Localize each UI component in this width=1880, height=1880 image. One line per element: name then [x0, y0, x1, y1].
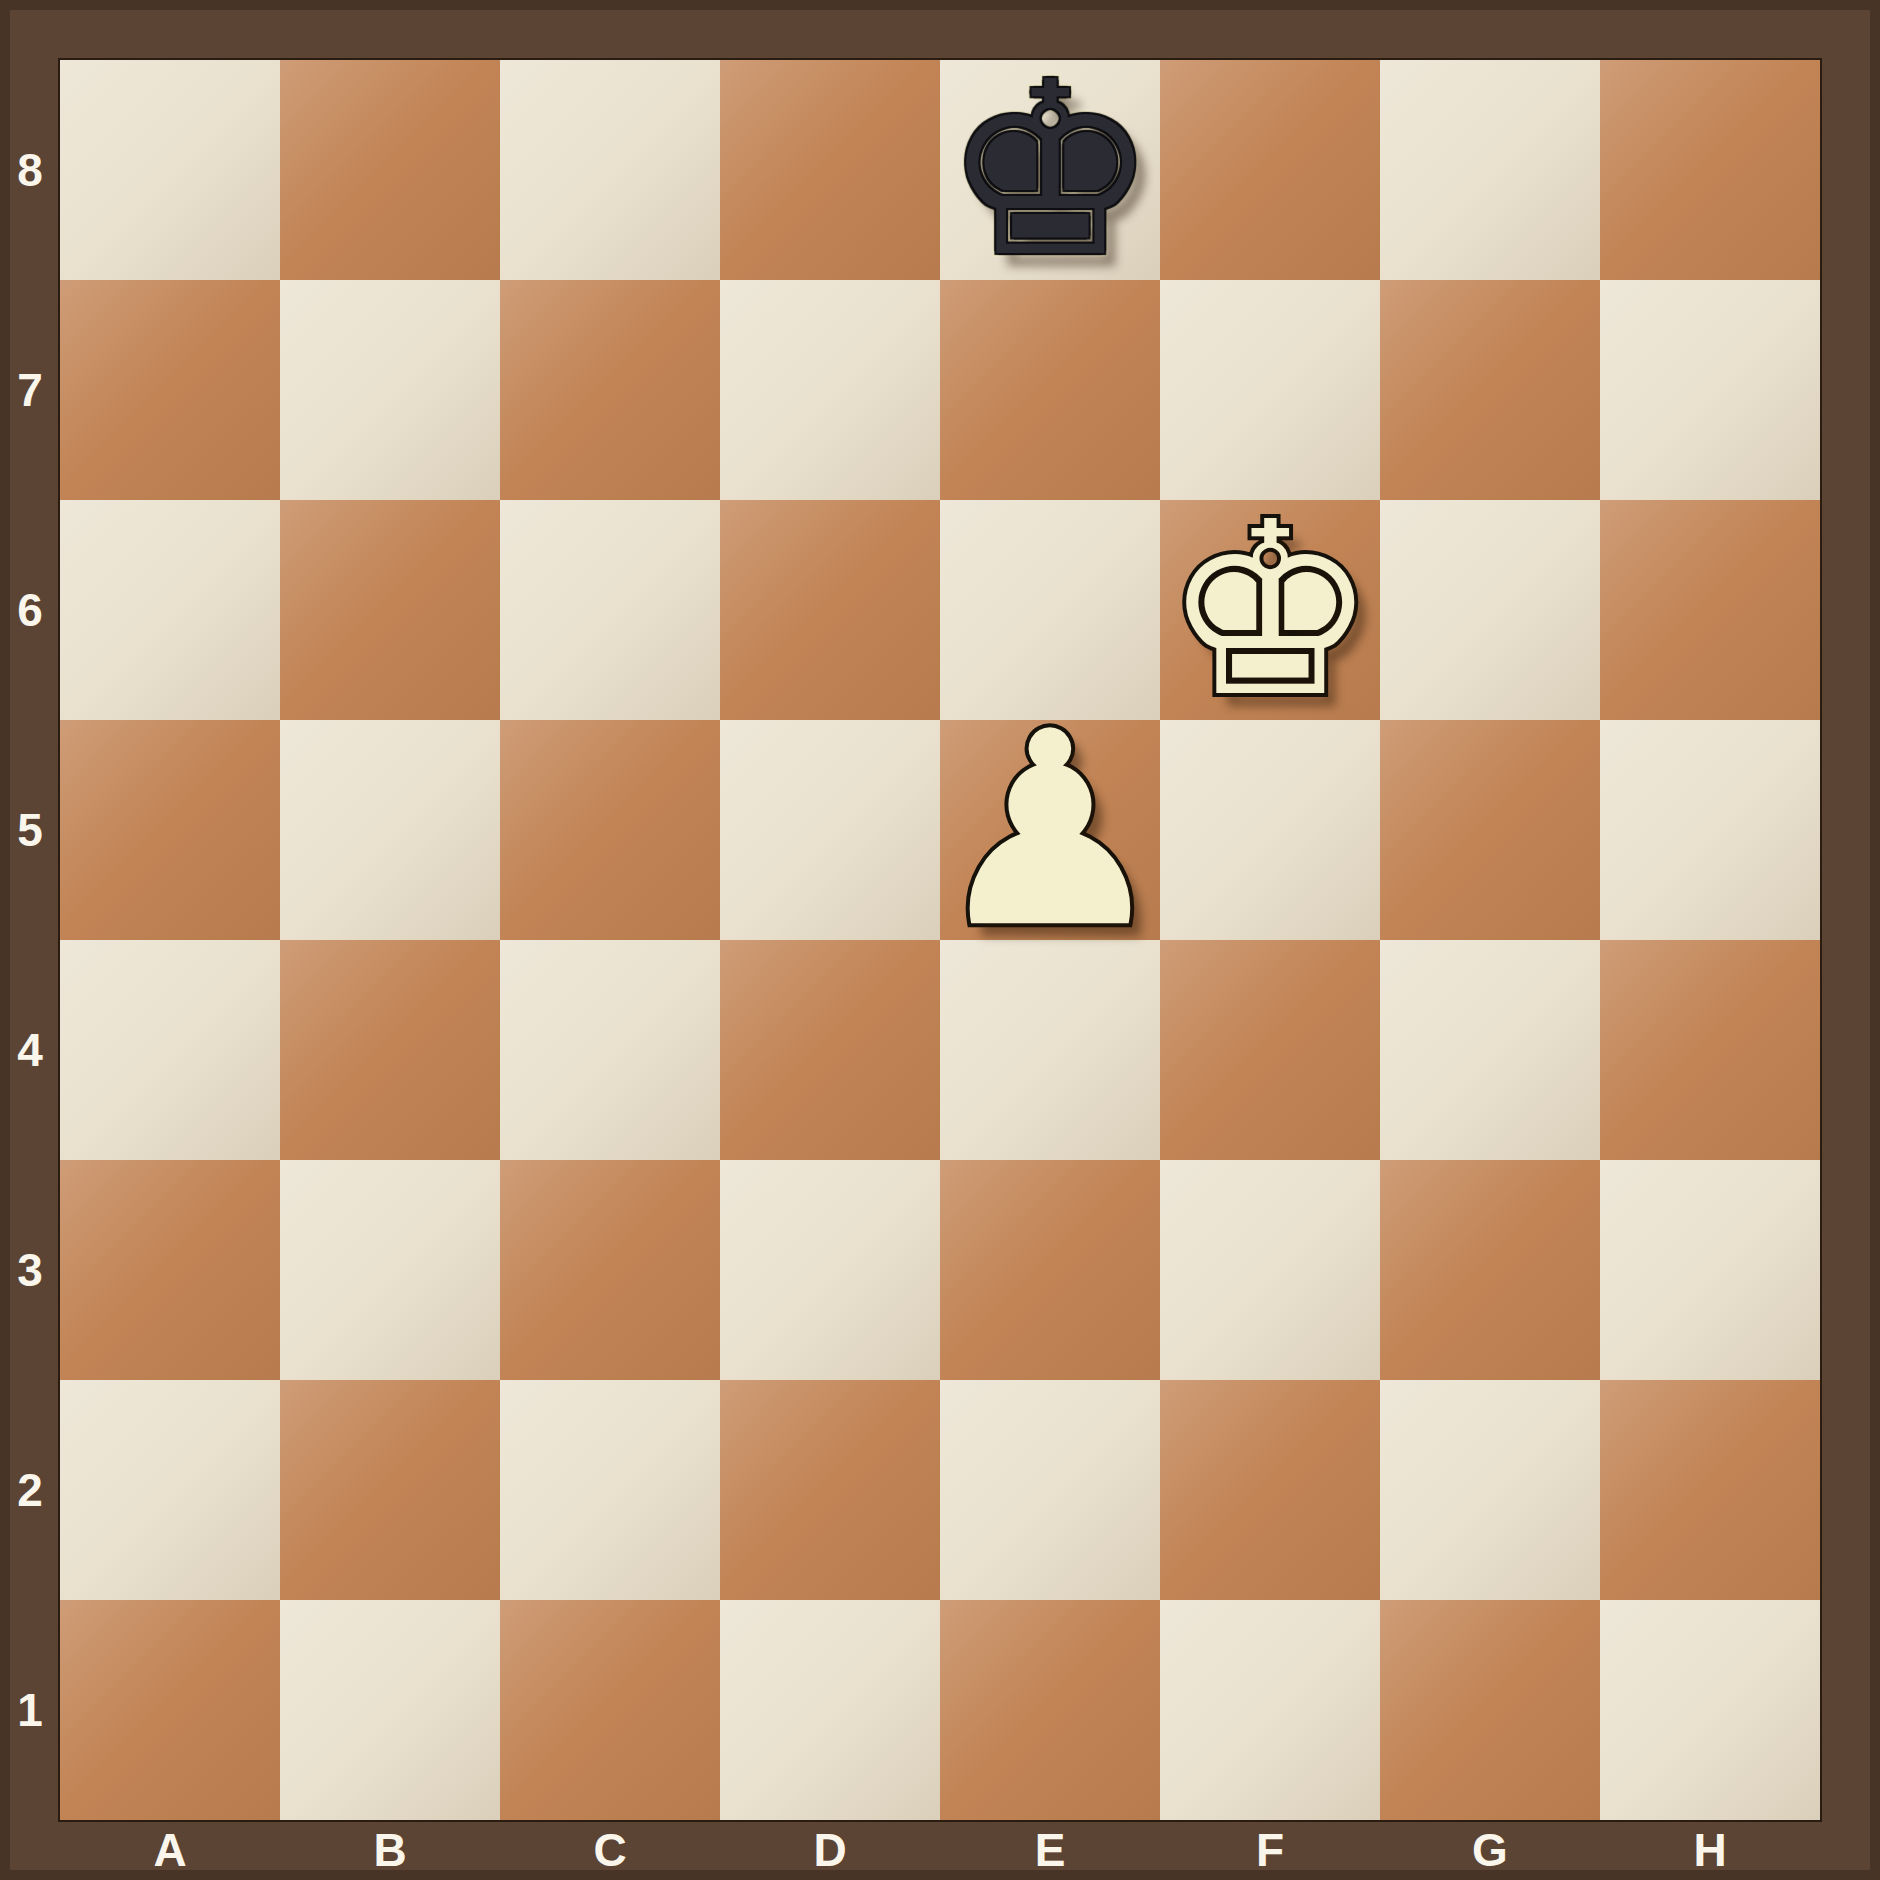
square-f7[interactable] [1160, 280, 1380, 500]
square-b1[interactable] [280, 1600, 500, 1820]
chess-board: ♚♚♟ [60, 60, 1820, 1820]
square-d8[interactable] [720, 60, 940, 280]
square-g5[interactable] [1380, 720, 1600, 940]
square-d6[interactable] [720, 500, 940, 720]
rank-label-6: 6 [0, 500, 60, 720]
square-h3[interactable] [1600, 1160, 1820, 1380]
square-c2[interactable] [500, 1380, 720, 1600]
file-label-e: E [940, 1820, 1160, 1880]
square-h5[interactable] [1600, 720, 1820, 940]
square-a3[interactable] [60, 1160, 280, 1380]
square-e5[interactable]: ♟ [940, 720, 1160, 940]
square-d4[interactable] [720, 940, 940, 1160]
file-label-h: H [1600, 1820, 1820, 1880]
rank-label-3: 3 [0, 1160, 60, 1380]
square-h7[interactable] [1600, 280, 1820, 500]
white-pawn[interactable]: ♟ [930, 696, 1170, 964]
file-label-a: A [60, 1820, 280, 1880]
white-king[interactable]: ♚ [1162, 490, 1377, 730]
square-b6[interactable] [280, 500, 500, 720]
square-f2[interactable] [1160, 1380, 1380, 1600]
square-c1[interactable] [500, 1600, 720, 1820]
square-e2[interactable] [940, 1380, 1160, 1600]
square-a1[interactable] [60, 1600, 280, 1820]
rank-label-4: 4 [0, 940, 60, 1160]
rank-label-2: 2 [0, 1380, 60, 1600]
square-h6[interactable] [1600, 500, 1820, 720]
chess-board-frame: ♚♚♟ 87654321ABCDEFGH [0, 0, 1880, 1880]
black-king[interactable]: ♚ [942, 50, 1157, 290]
square-a6[interactable] [60, 500, 280, 720]
square-c7[interactable] [500, 280, 720, 500]
square-e8[interactable]: ♚ [940, 60, 1160, 280]
square-g4[interactable] [1380, 940, 1600, 1160]
square-d7[interactable] [720, 280, 940, 500]
square-d2[interactable] [720, 1380, 940, 1600]
square-a4[interactable] [60, 940, 280, 1160]
square-c8[interactable] [500, 60, 720, 280]
square-f6[interactable]: ♚ [1160, 500, 1380, 720]
square-f5[interactable] [1160, 720, 1380, 940]
square-g1[interactable] [1380, 1600, 1600, 1820]
square-b5[interactable] [280, 720, 500, 940]
square-h2[interactable] [1600, 1380, 1820, 1600]
square-a8[interactable] [60, 60, 280, 280]
file-label-g: G [1380, 1820, 1600, 1880]
square-g3[interactable] [1380, 1160, 1600, 1380]
square-e1[interactable] [940, 1600, 1160, 1820]
square-a5[interactable] [60, 720, 280, 940]
square-g7[interactable] [1380, 280, 1600, 500]
square-f8[interactable] [1160, 60, 1380, 280]
rank-label-1: 1 [0, 1600, 60, 1820]
square-f1[interactable] [1160, 1600, 1380, 1820]
file-label-b: B [280, 1820, 500, 1880]
square-a2[interactable] [60, 1380, 280, 1600]
square-h1[interactable] [1600, 1600, 1820, 1820]
square-d1[interactable] [720, 1600, 940, 1820]
square-g8[interactable] [1380, 60, 1600, 280]
square-b3[interactable] [280, 1160, 500, 1380]
square-h4[interactable] [1600, 940, 1820, 1160]
square-d5[interactable] [720, 720, 940, 940]
square-f4[interactable] [1160, 940, 1380, 1160]
square-e7[interactable] [940, 280, 1160, 500]
square-c5[interactable] [500, 720, 720, 940]
square-b7[interactable] [280, 280, 500, 500]
square-e3[interactable] [940, 1160, 1160, 1380]
rank-label-8: 8 [0, 60, 60, 280]
square-h8[interactable] [1600, 60, 1820, 280]
rank-label-5: 5 [0, 720, 60, 940]
square-a7[interactable] [60, 280, 280, 500]
square-f3[interactable] [1160, 1160, 1380, 1380]
square-b2[interactable] [280, 1380, 500, 1600]
square-c3[interactable] [500, 1160, 720, 1380]
square-g2[interactable] [1380, 1380, 1600, 1600]
square-d3[interactable] [720, 1160, 940, 1380]
file-label-f: F [1160, 1820, 1380, 1880]
square-b8[interactable] [280, 60, 500, 280]
square-g6[interactable] [1380, 500, 1600, 720]
square-c6[interactable] [500, 500, 720, 720]
file-label-c: C [500, 1820, 720, 1880]
square-b4[interactable] [280, 940, 500, 1160]
file-label-d: D [720, 1820, 940, 1880]
rank-label-7: 7 [0, 280, 60, 500]
square-c4[interactable] [500, 940, 720, 1160]
